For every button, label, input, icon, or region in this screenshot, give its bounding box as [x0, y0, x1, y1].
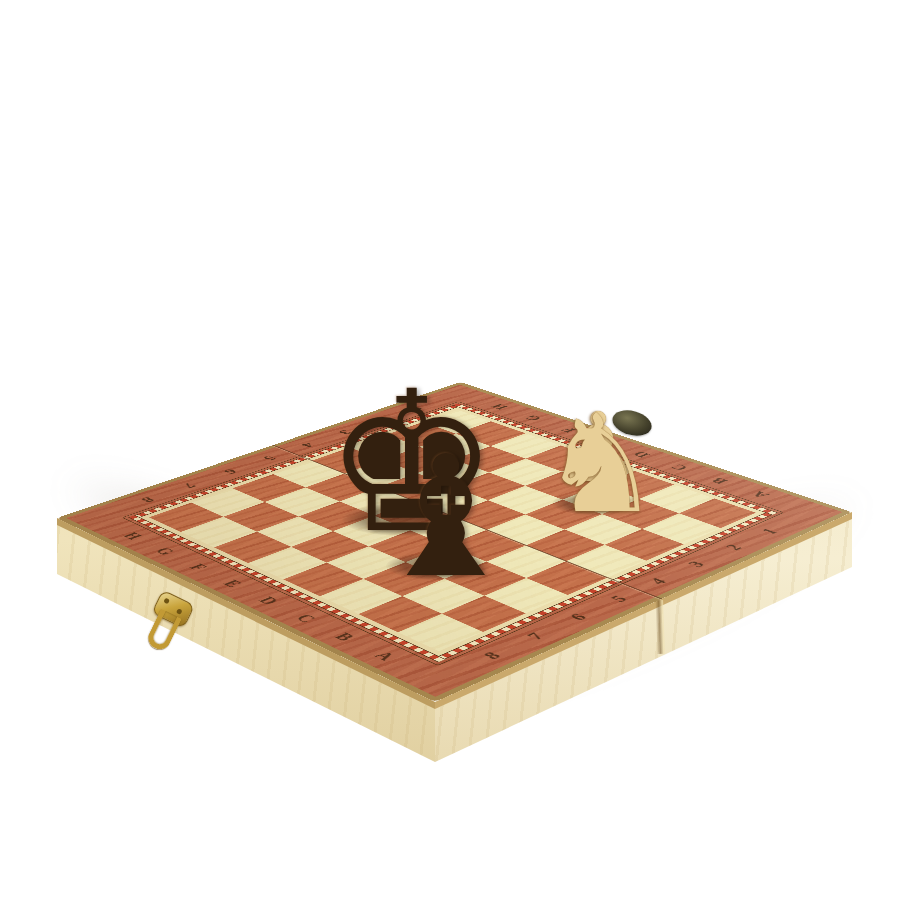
piece-dark-bishop-c6: ♝ [371, 434, 521, 601]
pieces-layer: ♚♝♟♞ [0, 0, 900, 900]
piece-light-knight-c2: ♞ [540, 397, 661, 532]
photo-stage: HGFEDCBA HGFEDCBA 12345678 12345678 ♚♝♟♞ [0, 0, 900, 900]
